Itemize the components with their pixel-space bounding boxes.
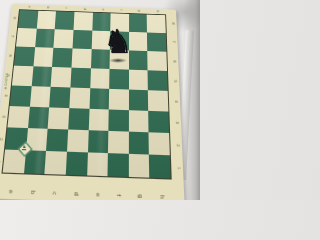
coordinate-label: a [5,180,17,200]
square-a7 [16,28,36,47]
square-c1 [45,151,67,175]
registered-mark: ® [3,86,7,91]
square-g3 [129,110,149,132]
square-h6 [148,51,167,71]
square-d1 [66,152,88,176]
square-c5 [51,67,72,88]
square-h8 [147,15,166,34]
square-g7 [129,32,148,51]
square-a5 [12,66,33,87]
square-h7 [147,33,166,52]
square-e2 [87,130,108,153]
square-f5 [109,69,129,90]
coordinate-label: b [27,181,39,200]
coordinate-label: g [136,185,146,200]
square-e8 [92,13,111,32]
square-g1 [129,154,150,178]
file-labels-bottom: abcdefgh [0,186,173,200]
square-h5 [148,70,168,91]
square-e1 [87,152,108,176]
square-h4 [148,90,168,111]
board-vinyl-mat: abcdefgh abcdefgh 87654321 87654321 ®CHE… [0,4,185,200]
square-a6 [14,46,35,66]
square-d2 [67,129,88,152]
square-d8 [73,12,92,31]
rank-labels-right: 87654321 [169,14,184,179]
coordinate-label: f [114,184,124,200]
square-g5 [129,70,148,91]
coordinate-label: d [71,182,82,200]
square-f4 [109,89,129,110]
square-f1 [108,153,129,177]
square-a4 [10,85,32,106]
square-f2 [108,131,129,154]
square-e3 [88,109,109,131]
square-d6 [71,48,91,68]
square-b6 [33,47,53,67]
square-h1 [149,155,170,179]
square-f6 [110,50,129,70]
square-f8 [110,13,129,32]
corner-emblem-icon [17,141,31,154]
square-d7 [72,30,91,49]
square-h3 [149,111,170,133]
coordinate-label: c [49,182,60,200]
square-b5 [31,66,52,87]
square-g4 [129,90,149,111]
square-e4 [89,88,109,109]
square-h2 [149,132,170,155]
square-b3 [28,107,50,129]
board-play-area [1,9,171,179]
square-c3 [48,107,69,129]
square-c2 [46,129,68,152]
square-b7 [35,29,55,48]
square-c8 [55,11,74,30]
square-c4 [49,87,70,108]
square-d4 [69,88,90,109]
square-g6 [129,50,148,70]
coordinate-label: h [157,185,167,200]
square-g8 [129,14,147,33]
coordinate-label: e [93,183,103,200]
square-b8 [36,11,56,30]
square-e6 [91,49,110,69]
square-f7 [110,31,129,50]
square-b4 [30,86,51,107]
square-f3 [108,109,128,131]
square-g2 [129,132,150,155]
square-a8 [18,10,38,29]
square-e5 [90,68,110,89]
square-c6 [52,48,72,68]
square-c7 [54,29,74,48]
square-a3 [7,106,29,128]
square-d5 [70,68,90,89]
square-e7 [91,31,110,50]
square-d3 [68,108,89,130]
chessboard: abcdefgh abcdefgh 87654321 87654321 ®CHE… [0,0,183,198]
